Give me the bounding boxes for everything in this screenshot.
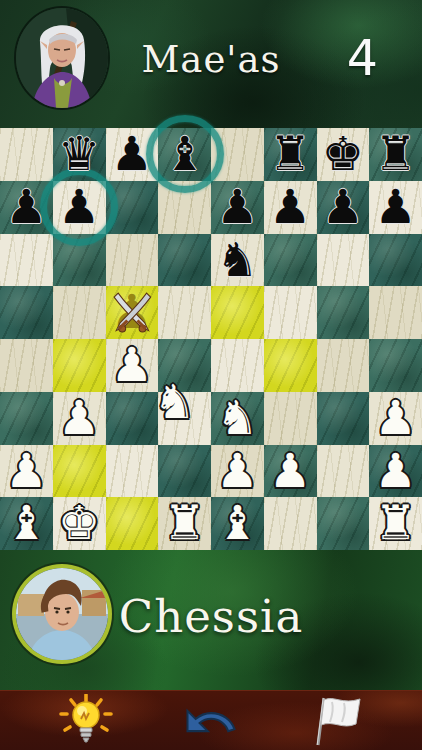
black-pawn[interactable]: ♟ (106, 128, 159, 180)
square-b2[interactable] (53, 445, 106, 498)
square-f3[interactable] (264, 392, 317, 445)
black-king[interactable]: ♚ (317, 128, 370, 180)
black-rook[interactable]: ♜ (264, 128, 317, 180)
square-e2[interactable]: ♟ (211, 445, 264, 498)
square-h6[interactable] (369, 234, 422, 287)
square-e3[interactable]: ♞ (211, 392, 264, 445)
square-b5[interactable] (53, 286, 106, 339)
square-d5[interactable] (158, 286, 211, 339)
black-bishop[interactable]: ♝ (158, 128, 211, 180)
square-g1[interactable] (317, 497, 370, 550)
white-pawn[interactable]: ♟ (53, 392, 106, 444)
square-d8[interactable]: ♝ (158, 128, 211, 181)
square-a5[interactable] (0, 286, 53, 339)
undo-arrow-icon (182, 694, 238, 748)
square-e6[interactable]: ♞ (211, 234, 264, 287)
square-h5[interactable] (369, 286, 422, 339)
square-a4[interactable] (0, 339, 53, 392)
square-b3[interactable]: ♟ (53, 392, 106, 445)
square-d1[interactable]: ♜ (158, 497, 211, 550)
square-f6[interactable] (264, 234, 317, 287)
square-g2[interactable] (317, 445, 370, 498)
square-f4[interactable] (264, 339, 317, 392)
black-pawn[interactable]: ♟ (369, 181, 422, 233)
white-pawn[interactable]: ♟ (211, 445, 264, 497)
square-b1[interactable]: ♚ (53, 497, 106, 550)
square-g3[interactable] (317, 392, 370, 445)
square-c1[interactable] (106, 497, 159, 550)
square-h8[interactable]: ♜ (369, 128, 422, 181)
white-rook[interactable]: ♜ (369, 497, 422, 549)
square-c8[interactable]: ♟ (106, 128, 159, 181)
white-pawn[interactable]: ♟ (369, 445, 422, 497)
square-f7[interactable]: ♟ (264, 181, 317, 234)
opponent-header: Mae'as 4 (0, 0, 422, 128)
square-f5[interactable] (264, 286, 317, 339)
square-g6[interactable] (317, 234, 370, 287)
square-b4[interactable] (53, 339, 106, 392)
black-pawn[interactable]: ♟ (264, 181, 317, 233)
square-f8[interactable]: ♜ (264, 128, 317, 181)
player-bar: Chessia (0, 550, 422, 690)
black-knight[interactable]: ♞ (211, 234, 264, 286)
black-pawn[interactable]: ♟ (211, 181, 264, 233)
white-pawn[interactable]: ♟ (369, 392, 422, 444)
chess-board[interactable]: ♛♟♝♜♚♜♟♟♟♟♟♟♞♟♟♟♞♞♟♟♟♟♟♝♚♜♝♜ (0, 128, 422, 550)
square-a1[interactable]: ♝ (0, 497, 53, 550)
square-d6[interactable] (158, 234, 211, 287)
black-pawn[interactable]: ♟ (0, 181, 53, 233)
black-pawn[interactable]: ♟ (53, 181, 106, 233)
lightbulb-icon (58, 694, 114, 748)
square-e7[interactable]: ♟ (211, 181, 264, 234)
white-bishop[interactable]: ♝ (0, 497, 53, 549)
resign-button[interactable] (310, 694, 366, 748)
square-g8[interactable]: ♚ (317, 128, 370, 181)
square-f1[interactable] (264, 497, 317, 550)
square-a7[interactable]: ♟ (0, 181, 53, 234)
chess-app-screen: Mae'as 4 ♛♟♝♜♚♜♟♟♟♟♟♟♞♟♟♟♞♞♟♟♟♟♟♝♚♜♝♜ Ch… (0, 0, 422, 750)
square-g5[interactable] (317, 286, 370, 339)
hint-button[interactable] (58, 694, 114, 748)
square-h2[interactable]: ♟ (369, 445, 422, 498)
white-pawn[interactable]: ♟ (264, 445, 317, 497)
square-h1[interactable]: ♜ (369, 497, 422, 550)
white-bishop[interactable]: ♝ (211, 497, 264, 549)
white-knight[interactable]: ♞ (148, 376, 201, 428)
square-h4[interactable] (369, 339, 422, 392)
square-g4[interactable] (317, 339, 370, 392)
white-knight[interactable]: ♞ (211, 392, 264, 444)
undo-button[interactable] (182, 694, 238, 748)
square-c6[interactable] (106, 234, 159, 287)
square-b7[interactable]: ♟ (53, 181, 106, 234)
square-a2[interactable]: ♟ (0, 445, 53, 498)
square-a3[interactable] (0, 392, 53, 445)
white-king[interactable]: ♚ (53, 497, 106, 549)
square-b8[interactable]: ♛ (53, 128, 106, 181)
player-name: Chessia (0, 590, 422, 643)
square-a6[interactable] (0, 234, 53, 287)
square-g7[interactable]: ♟ (317, 181, 370, 234)
toolbar (0, 690, 422, 750)
square-f2[interactable]: ♟ (264, 445, 317, 498)
square-e5[interactable] (211, 286, 264, 339)
white-rook[interactable]: ♜ (158, 497, 211, 549)
black-rook[interactable]: ♜ (369, 128, 422, 180)
square-e4[interactable] (211, 339, 264, 392)
square-a8[interactable] (0, 128, 53, 181)
square-c2[interactable] (106, 445, 159, 498)
opponent-score: 4 (347, 30, 378, 87)
crossed-swords-icon (106, 286, 159, 339)
square-h7[interactable]: ♟ (369, 181, 422, 234)
square-d2[interactable] (158, 445, 211, 498)
square-d3[interactable]: ♞ (158, 392, 211, 445)
white-flag-icon (310, 694, 366, 748)
square-c5[interactable]: ♟ (106, 286, 159, 339)
white-pawn[interactable]: ♟ (0, 445, 53, 497)
square-e1[interactable]: ♝ (211, 497, 264, 550)
black-queen[interactable]: ♛ (53, 128, 106, 180)
square-h3[interactable]: ♟ (369, 392, 422, 445)
black-pawn[interactable]: ♟ (317, 181, 370, 233)
